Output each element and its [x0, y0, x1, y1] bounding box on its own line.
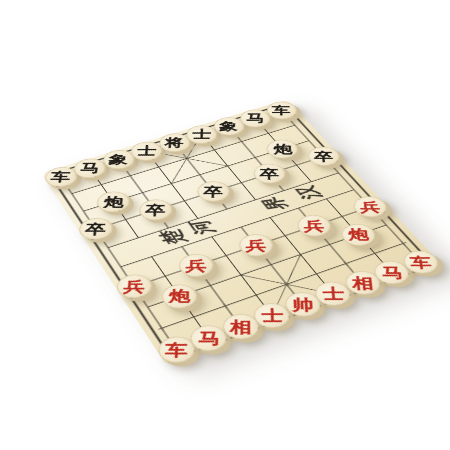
piece-character: 马: [381, 266, 404, 280]
piece-character: 相: [230, 319, 252, 334]
piece-character: 炮: [103, 196, 124, 209]
piece-character: 兵: [303, 220, 324, 233]
piece-character: 象: [108, 154, 128, 166]
piece-character: 兵: [123, 279, 145, 293]
piece-character: 马: [246, 113, 265, 124]
piece-character: 相: [351, 276, 374, 290]
piece-character: 车: [165, 342, 188, 358]
piece-character: 卒: [259, 168, 279, 180]
piece-character: 士: [136, 145, 156, 156]
piece-character: 兵: [185, 259, 206, 273]
piece-character: 卒: [314, 151, 334, 163]
piece-character: 士: [192, 129, 211, 140]
piece-character: 兵: [246, 239, 267, 252]
piece-character: 炮: [168, 289, 190, 304]
xiangqi-board: 楚河界汉 车马象士将士象马车炮炮卒卒卒卒卒兵兵兵兵兵炮炮车马相士帅士相马车: [41, 99, 443, 366]
piece-character: 卒: [203, 186, 223, 198]
piece-character: 士: [261, 308, 283, 323]
piece-character: 士: [322, 287, 344, 302]
piece-character: 车: [409, 256, 432, 270]
product-photo-stage: 楚河界汉 车马象士将士象马车炮炮卒卒卒卒卒兵兵兵兵兵炮炮车马相士帅士相马车: [0, 0, 450, 450]
piece-character: 卒: [85, 223, 107, 236]
piece-character: 炮: [347, 228, 369, 241]
piece-character: 卒: [145, 204, 166, 217]
piece-character: 马: [79, 162, 100, 174]
piece-character: 兵: [359, 201, 380, 214]
piece-character: 车: [272, 105, 291, 116]
piece-character: 车: [50, 171, 71, 183]
piece-character: 将: [164, 137, 183, 148]
piece-character: 马: [198, 331, 220, 347]
piece-character: 炮: [273, 143, 292, 154]
piece-character: 象: [219, 121, 238, 132]
piece-character: 帅: [292, 297, 314, 312]
